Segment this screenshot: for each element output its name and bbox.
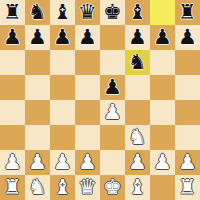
square-g7[interactable]: ♟ (150, 25, 175, 50)
square-g8[interactable] (150, 0, 175, 25)
black-bishop-piece[interactable]: ♝ (128, 0, 147, 25)
black-pawn-piece[interactable]: ♟ (78, 25, 97, 50)
square-a1[interactable]: ♜ (0, 175, 25, 200)
black-rook-piece[interactable]: ♜ (178, 0, 197, 25)
white-pawn-piece[interactable]: ♟ (53, 150, 72, 175)
white-pawn-piece[interactable]: ♟ (3, 150, 22, 175)
square-a2[interactable]: ♟ (0, 150, 25, 175)
white-pawn-piece[interactable]: ♟ (128, 150, 147, 175)
white-bishop-piece[interactable]: ♝ (53, 175, 72, 200)
square-d4[interactable] (75, 100, 100, 125)
chess-board: ♜♞♝♛♚♝♜♟♟♟♟♟♟♟♞♟♟♞♟♟♟♟♟♟♟♜♞♝♛♚♝♜ (0, 0, 200, 200)
square-c8[interactable]: ♝ (50, 0, 75, 25)
square-b3[interactable] (25, 125, 50, 150)
black-bishop-piece[interactable]: ♝ (53, 0, 72, 25)
black-pawn-piece[interactable]: ♟ (28, 25, 47, 50)
square-f3[interactable]: ♞ (125, 125, 150, 150)
square-c3[interactable] (50, 125, 75, 150)
square-a4[interactable] (0, 100, 25, 125)
square-d7[interactable]: ♟ (75, 25, 100, 50)
square-h8[interactable]: ♜ (175, 0, 200, 25)
black-pawn-piece[interactable]: ♟ (178, 25, 197, 50)
square-d2[interactable]: ♟ (75, 150, 100, 175)
square-a5[interactable] (0, 75, 25, 100)
white-pawn-piece[interactable]: ♟ (103, 100, 122, 125)
square-e4[interactable]: ♟ (100, 100, 125, 125)
square-c1[interactable]: ♝ (50, 175, 75, 200)
square-d8[interactable]: ♛ (75, 0, 100, 25)
square-e7[interactable] (100, 25, 125, 50)
black-pawn-piece[interactable]: ♟ (103, 75, 122, 100)
white-knight-piece[interactable]: ♞ (128, 125, 147, 150)
square-e6[interactable] (100, 50, 125, 75)
white-queen-piece[interactable]: ♛ (78, 175, 97, 200)
black-pawn-piece[interactable]: ♟ (3, 25, 22, 50)
square-f4[interactable] (125, 100, 150, 125)
square-h6[interactable] (175, 50, 200, 75)
square-d6[interactable] (75, 50, 100, 75)
square-b2[interactable]: ♟ (25, 150, 50, 175)
square-c5[interactable] (50, 75, 75, 100)
square-g6[interactable] (150, 50, 175, 75)
square-a3[interactable] (0, 125, 25, 150)
square-c4[interactable] (50, 100, 75, 125)
white-bishop-piece[interactable]: ♝ (128, 175, 147, 200)
square-c2[interactable]: ♟ (50, 150, 75, 175)
square-h2[interactable]: ♟ (175, 150, 200, 175)
square-e1[interactable]: ♚ (100, 175, 125, 200)
square-a6[interactable] (0, 50, 25, 75)
square-h1[interactable]: ♜ (175, 175, 200, 200)
black-queen-piece[interactable]: ♛ (78, 0, 97, 25)
square-a8[interactable]: ♜ (0, 0, 25, 25)
square-h7[interactable]: ♟ (175, 25, 200, 50)
square-b7[interactable]: ♟ (25, 25, 50, 50)
square-d3[interactable] (75, 125, 100, 150)
square-g5[interactable] (150, 75, 175, 100)
square-a7[interactable]: ♟ (0, 25, 25, 50)
white-rook-piece[interactable]: ♜ (178, 175, 197, 200)
square-f7[interactable]: ♟ (125, 25, 150, 50)
square-e5[interactable]: ♟ (100, 75, 125, 100)
white-rook-piece[interactable]: ♜ (3, 175, 22, 200)
square-g3[interactable] (150, 125, 175, 150)
white-pawn-piece[interactable]: ♟ (153, 150, 172, 175)
square-f2[interactable]: ♟ (125, 150, 150, 175)
square-f1[interactable]: ♝ (125, 175, 150, 200)
white-king-piece[interactable]: ♚ (103, 175, 122, 200)
square-b5[interactable] (25, 75, 50, 100)
square-h4[interactable] (175, 100, 200, 125)
square-b1[interactable]: ♞ (25, 175, 50, 200)
white-pawn-piece[interactable]: ♟ (78, 150, 97, 175)
square-b8[interactable]: ♞ (25, 0, 50, 25)
white-pawn-piece[interactable]: ♟ (28, 150, 47, 175)
square-e3[interactable] (100, 125, 125, 150)
square-f8[interactable]: ♝ (125, 0, 150, 25)
square-c6[interactable] (50, 50, 75, 75)
white-pawn-piece[interactable]: ♟ (178, 150, 197, 175)
square-h5[interactable] (175, 75, 200, 100)
square-c7[interactable]: ♟ (50, 25, 75, 50)
black-pawn-piece[interactable]: ♟ (153, 25, 172, 50)
black-pawn-piece[interactable]: ♟ (128, 25, 147, 50)
black-knight-piece[interactable]: ♞ (128, 50, 147, 75)
square-e8[interactable]: ♚ (100, 0, 125, 25)
square-f5[interactable] (125, 75, 150, 100)
black-king-piece[interactable]: ♚ (103, 0, 122, 25)
square-e2[interactable] (100, 150, 125, 175)
white-knight-piece[interactable]: ♞ (28, 175, 47, 200)
square-g2[interactable]: ♟ (150, 150, 175, 175)
square-d5[interactable] (75, 75, 100, 100)
square-g4[interactable] (150, 100, 175, 125)
square-b4[interactable] (25, 100, 50, 125)
square-f6[interactable]: ♞ (125, 50, 150, 75)
black-pawn-piece[interactable]: ♟ (53, 25, 72, 50)
square-h3[interactable] (175, 125, 200, 150)
black-knight-piece[interactable]: ♞ (28, 0, 47, 25)
square-b6[interactable] (25, 50, 50, 75)
square-d1[interactable]: ♛ (75, 175, 100, 200)
black-rook-piece[interactable]: ♜ (3, 0, 22, 25)
square-g1[interactable] (150, 175, 175, 200)
